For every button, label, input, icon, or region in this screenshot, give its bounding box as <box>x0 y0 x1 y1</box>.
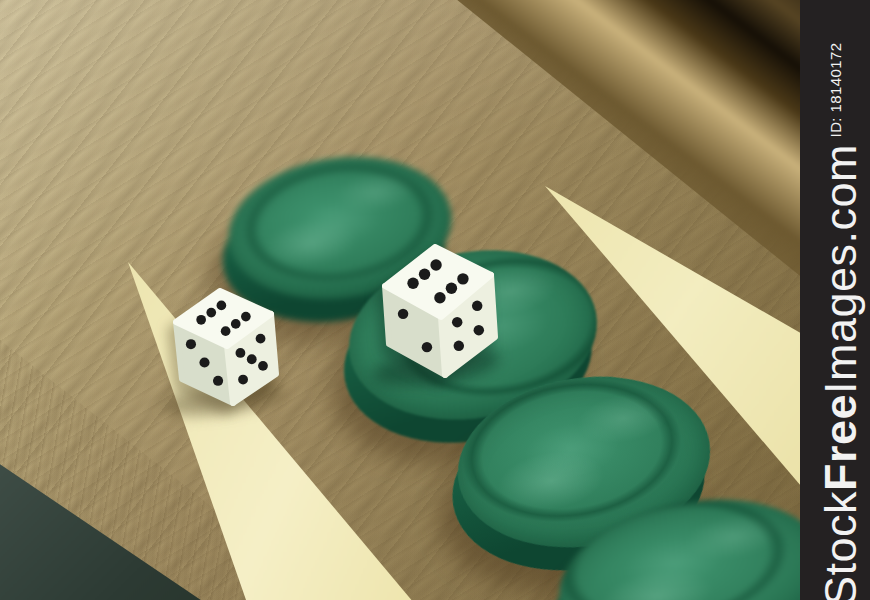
white-die-left <box>168 282 290 416</box>
watermark-site-text: StockFreeImages.com <box>815 144 867 600</box>
die-pip <box>474 325 484 335</box>
watermark-sidebar: StockFreeImages.com ID: 18140172 <box>800 0 870 600</box>
die-pip <box>196 315 206 325</box>
die-pip <box>256 334 266 344</box>
die-pip <box>419 268 430 279</box>
watermark-site-suffix: Images.com <box>815 144 866 394</box>
watermark-image-id: ID: 18140172 <box>827 43 844 138</box>
die-pip <box>457 273 468 284</box>
die-pip <box>213 376 223 386</box>
stock-photo-backgammon: StockFreeImages.com ID: 18140172 <box>0 0 870 600</box>
die-pip <box>241 312 251 322</box>
die-pip <box>247 354 257 364</box>
die-pip <box>454 341 464 351</box>
die-pip <box>238 375 248 385</box>
die-pip <box>430 259 441 270</box>
die-pip <box>206 308 216 318</box>
die-pip <box>217 301 227 311</box>
watermark-site-prefix: Stock <box>815 491 866 600</box>
die-pip <box>398 309 408 319</box>
die-pip <box>452 317 462 327</box>
white-die-right <box>378 240 506 382</box>
die-pip <box>446 283 457 294</box>
die-pip <box>472 301 482 311</box>
die-pip <box>407 278 418 289</box>
die-pip <box>199 357 209 367</box>
die-pip <box>236 348 246 358</box>
watermark-site-bold: Free <box>815 394 866 491</box>
die-pip <box>258 361 268 371</box>
die-pip <box>422 342 432 352</box>
die-pip <box>434 292 445 303</box>
die-pip <box>231 319 241 329</box>
die-pip <box>221 326 231 336</box>
die-pip <box>186 339 196 349</box>
